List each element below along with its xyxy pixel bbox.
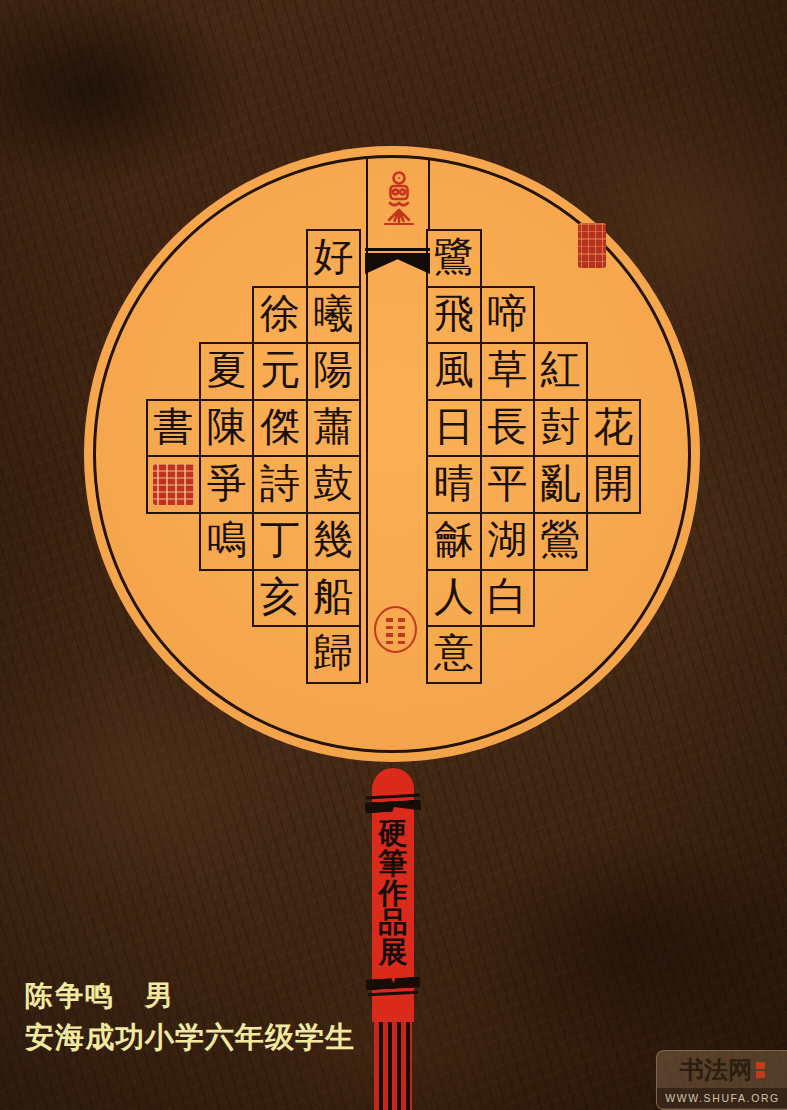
fan-cell: 飛 xyxy=(426,286,481,345)
fan-character: 日 xyxy=(434,407,474,447)
leather-background: 花開紅尌亂鶯啼草長平湖白鷺飛風日晴龢人意好曦陽蕭鼓幾船歸徐元傑詩丁亥夏陳爭鳴書 … xyxy=(0,0,787,1110)
fan-cell: 徐 xyxy=(252,286,307,345)
fan-cell: 草 xyxy=(480,342,535,401)
fan-character: 書 xyxy=(153,407,193,447)
fan-character: 徐 xyxy=(260,294,300,334)
handle-char: 硬 xyxy=(379,819,408,848)
fan-cell: 丁 xyxy=(252,512,307,571)
handle-char: 筆 xyxy=(379,849,408,878)
channel-line-left xyxy=(366,158,368,683)
fan-character: 尌 xyxy=(541,407,581,447)
fan-cell: 白 xyxy=(480,569,535,628)
handle-char: 作 xyxy=(379,879,408,908)
fan-character: 詩 xyxy=(260,464,300,504)
fan-cell: 平 xyxy=(480,455,535,514)
fan-cell: 鼓 xyxy=(306,455,361,514)
oval-seal-icon xyxy=(374,606,417,653)
fan-character: 傑 xyxy=(260,407,300,447)
fan-character: 人 xyxy=(434,577,474,617)
fan-character: 鶯 xyxy=(541,520,581,560)
fan-cell: 風 xyxy=(426,342,481,401)
fan-character: 白 xyxy=(487,577,527,617)
fan-character: 陽 xyxy=(313,350,353,390)
watermark-url: WWW.SHUFA.ORG xyxy=(657,1088,787,1108)
fan-cell: 湖 xyxy=(480,512,535,571)
fan-character: 平 xyxy=(487,464,527,504)
fan-cell: 開 xyxy=(586,455,641,514)
fan-character: 紅 xyxy=(541,350,581,390)
fan-character: 飛 xyxy=(434,294,474,334)
fan-cell: 長 xyxy=(480,399,535,458)
fan-character: 歸 xyxy=(313,633,353,673)
fan-cell: 歸 xyxy=(306,625,361,684)
fan-character: 船 xyxy=(313,577,353,617)
fan-character: 元 xyxy=(260,350,300,390)
caption-name: 陈争鸣 男 xyxy=(25,977,175,1015)
fan-cell: 陽 xyxy=(306,342,361,401)
watermark-box: 书法网 WWW.SHUFA.ORG xyxy=(656,1050,787,1110)
fan-cell xyxy=(146,455,201,514)
caption-school: 安海成功小学六年级学生 xyxy=(25,1018,355,1058)
fan-cell: 曦 xyxy=(306,286,361,345)
handle-fringe xyxy=(374,1022,412,1110)
fan-character: 風 xyxy=(434,350,474,390)
fan-cell: 陳 xyxy=(199,399,254,458)
fan-cell: 晴 xyxy=(426,455,481,514)
fan-character: 亂 xyxy=(541,464,581,504)
fan-cell: 爭 xyxy=(199,455,254,514)
fan-character: 曦 xyxy=(313,294,353,334)
channel-line-right xyxy=(428,158,430,230)
fan-character: 鷺 xyxy=(434,237,474,277)
fan-character: 丁 xyxy=(260,520,300,560)
fan-cell: 傑 xyxy=(252,399,307,458)
fan-character: 龢 xyxy=(434,520,474,560)
fan-character: 湖 xyxy=(487,520,527,560)
fan-character: 花 xyxy=(594,407,634,447)
fan-character: 幾 xyxy=(313,520,353,560)
fan-character: 蕭 xyxy=(313,407,353,447)
fan-cell: 意 xyxy=(426,625,481,684)
fan-cell: 幾 xyxy=(306,512,361,571)
fan-character: 亥 xyxy=(260,577,300,617)
handle-char: 展 xyxy=(379,938,408,967)
fan-cell: 蕭 xyxy=(306,399,361,458)
fan-character: 開 xyxy=(594,464,634,504)
fan-cell: 尌 xyxy=(533,399,588,458)
fan-cell: 鳴 xyxy=(199,512,254,571)
fan-character: 爭 xyxy=(207,464,247,504)
fan-cell: 龢 xyxy=(426,512,481,571)
artist-seal-icon xyxy=(153,464,194,505)
fan-cell: 亂 xyxy=(533,455,588,514)
fan-cell: 亥 xyxy=(252,569,307,628)
fan-cell: 詩 xyxy=(252,455,307,514)
watermark-site-name: 书法网 xyxy=(680,1058,752,1082)
fan-cell: 日 xyxy=(426,399,481,458)
fan-character: 夏 xyxy=(207,350,247,390)
fan-character: 意 xyxy=(434,633,474,673)
fan-cell: 好 xyxy=(306,229,361,288)
fan-character: 鳴 xyxy=(207,520,247,560)
fan-cell: 鶯 xyxy=(533,512,588,571)
fan-character: 晴 xyxy=(434,464,474,504)
fan-cell: 夏 xyxy=(199,342,254,401)
handle-char: 品 xyxy=(379,908,408,937)
fan-character: 好 xyxy=(313,237,353,277)
fan-cell: 啼 xyxy=(480,286,535,345)
fan-character: 陳 xyxy=(207,407,247,447)
ribbon-bar xyxy=(365,248,430,251)
fan-cell: 書 xyxy=(146,399,201,458)
fan-cell: 船 xyxy=(306,569,361,628)
handle-label: 硬 筆 作 品 展 xyxy=(373,819,413,967)
top-right-seal-icon xyxy=(578,223,606,268)
fan-cell: 人 xyxy=(426,569,481,628)
fan-character: 鼓 xyxy=(313,464,353,504)
fan-cell: 鷺 xyxy=(426,229,481,288)
fan-character: 草 xyxy=(487,350,527,390)
fan-character: 啼 xyxy=(487,294,527,334)
watermark-top: 书法网 xyxy=(657,1051,787,1088)
watermark-seal-icon xyxy=(756,1062,765,1078)
fan-character: 長 xyxy=(487,407,527,447)
top-ornament-seal-icon xyxy=(380,170,418,228)
fan-cell: 元 xyxy=(252,342,307,401)
fan-cell: 花 xyxy=(586,399,641,458)
fan-cell: 紅 xyxy=(533,342,588,401)
